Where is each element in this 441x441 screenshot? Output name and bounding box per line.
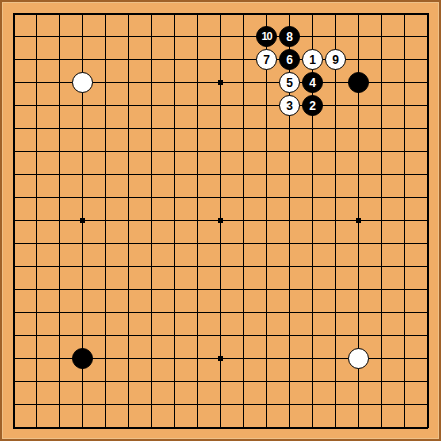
grid-line-horizontal xyxy=(13,427,428,429)
star-point xyxy=(218,80,223,85)
grid-line-horizontal xyxy=(13,289,428,290)
stone-white xyxy=(72,72,93,93)
star-point xyxy=(80,218,85,223)
stone-move-number: 1 xyxy=(309,54,316,66)
grid-line-vertical xyxy=(335,13,336,428)
grid-line-horizontal xyxy=(13,335,428,336)
grid-line-horizontal xyxy=(13,312,428,313)
stone-white-move-1: 1 xyxy=(302,49,323,70)
star-point xyxy=(218,356,223,361)
grid-line-horizontal xyxy=(13,381,428,382)
stone-white-move-5: 5 xyxy=(279,72,300,93)
stone-black-move-8: 8 xyxy=(279,26,300,47)
stone-white xyxy=(348,348,369,369)
stone-black xyxy=(348,72,369,93)
stone-move-number: 8 xyxy=(286,31,293,43)
grid-line-vertical xyxy=(381,13,382,428)
stone-move-number: 2 xyxy=(309,100,316,112)
stone-black-move-6: 6 xyxy=(279,49,300,70)
grid-line-vertical xyxy=(404,13,405,428)
grid-line-vertical xyxy=(243,13,244,428)
stone-black xyxy=(72,348,93,369)
stone-move-number: 9 xyxy=(332,54,339,66)
stone-move-number: 4 xyxy=(309,77,316,89)
stone-move-number: 10 xyxy=(261,31,271,42)
go-diagram: 12345678910 xyxy=(0,0,441,441)
stone-black-move-10: 10 xyxy=(256,26,277,47)
stone-move-number: 6 xyxy=(286,54,293,66)
stone-white-move-3: 3 xyxy=(279,95,300,116)
grid-line-vertical xyxy=(266,13,267,428)
star-point xyxy=(218,218,223,223)
grid-line-horizontal xyxy=(13,404,428,405)
stone-white-move-7: 7 xyxy=(256,49,277,70)
grid-line-vertical xyxy=(427,13,429,428)
stone-move-number: 5 xyxy=(286,77,293,89)
stone-black-move-2: 2 xyxy=(302,95,323,116)
grid-line-horizontal xyxy=(13,243,428,244)
star-point xyxy=(356,218,361,223)
stone-black-move-4: 4 xyxy=(302,72,323,93)
stone-move-number: 7 xyxy=(263,54,270,66)
grid-line-horizontal xyxy=(13,266,428,267)
go-board: 12345678910 xyxy=(0,0,441,441)
stone-white-move-9: 9 xyxy=(325,49,346,70)
stone-move-number: 3 xyxy=(286,100,293,112)
